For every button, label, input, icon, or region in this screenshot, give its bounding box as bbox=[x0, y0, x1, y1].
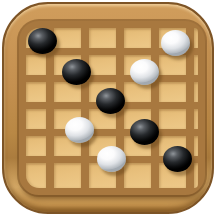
stones-layer bbox=[19, 21, 205, 195]
white-stone[interactable] bbox=[65, 117, 94, 143]
gomoku-app-icon[interactable] bbox=[0, 0, 216, 216]
black-stone[interactable] bbox=[130, 119, 159, 145]
white-stone[interactable] bbox=[130, 59, 159, 85]
black-stone[interactable] bbox=[28, 28, 57, 54]
white-stone[interactable] bbox=[97, 146, 126, 172]
black-stone[interactable] bbox=[96, 88, 125, 114]
white-stone[interactable] bbox=[161, 30, 190, 56]
black-stone[interactable] bbox=[62, 59, 91, 85]
black-stone[interactable] bbox=[163, 146, 192, 172]
gomoku-board[interactable] bbox=[19, 21, 205, 195]
wooden-frame bbox=[2, 2, 214, 214]
